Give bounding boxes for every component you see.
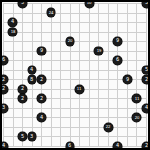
stone-number: 18 [10, 30, 15, 34]
stone: 4 [0, 142, 8, 150]
stone: 8 [28, 75, 37, 84]
stone-number: 3 [145, 1, 148, 6]
stone: 20 [66, 37, 75, 46]
stone: 3 [142, 0, 150, 8]
stone-number: 22 [106, 125, 111, 129]
stone-number: 2 [40, 77, 43, 82]
stone-number: 4 [11, 20, 14, 25]
stone-number: 2 [2, 77, 5, 82]
stone: 10 [85, 0, 94, 8]
stone-number: 24 [49, 11, 54, 15]
stone: 4 [37, 113, 46, 122]
stone-number: 4 [30, 68, 33, 73]
stone-number: 2 [2, 87, 5, 92]
stone: 6 [113, 56, 122, 65]
stone: 22 [104, 123, 113, 132]
stone: 3 [0, 104, 8, 113]
stone: 2 [18, 85, 27, 94]
stone-number: 20 [68, 40, 73, 44]
stone-number: 11 [134, 97, 139, 101]
stone: 6 [0, 56, 8, 65]
stone-number: 4 [2, 144, 5, 149]
stone: 4 [8, 18, 17, 27]
stone: 5 [18, 132, 27, 141]
stone-number: 20 [134, 116, 139, 120]
stone-number: 10 [87, 1, 92, 5]
stone: 2 [0, 75, 8, 84]
stone: 9 [113, 37, 122, 46]
stone: 2 [142, 75, 150, 84]
stone-number: 6 [68, 144, 71, 149]
stone-number: 4 [145, 106, 148, 111]
stone: 2 [0, 85, 8, 94]
stone-number: 3 [30, 134, 33, 139]
stone-number: 8 [30, 77, 33, 82]
stone-number: 2 [21, 96, 24, 101]
stone-number: 3 [21, 1, 24, 6]
stone-number: 9 [40, 48, 43, 53]
go-board[interactable]: 3103244182099196645282922211221134420225… [0, 0, 150, 150]
stone: 2 [142, 142, 150, 150]
stone-number: 19 [96, 49, 101, 53]
stone: 9 [37, 47, 46, 56]
stone-number: 2 [40, 96, 43, 101]
stone: 4 [142, 104, 150, 113]
stone-number: 2 [145, 77, 148, 82]
stone: 2 [18, 94, 27, 103]
stone-number: 6 [116, 58, 119, 63]
stone-number: 5 [145, 68, 148, 73]
stone-number: 4 [116, 144, 119, 149]
stone-number: 11 [77, 87, 82, 91]
stone: 4 [113, 142, 122, 150]
stone: 5 [142, 66, 150, 75]
stone-number: 3 [2, 106, 5, 111]
stone-number: 9 [126, 77, 129, 82]
stone-number: 4 [40, 115, 43, 120]
stone: 9 [123, 75, 132, 84]
stone-number: 9 [116, 39, 119, 44]
stone: 2 [37, 75, 46, 84]
stone-number: 5 [21, 134, 24, 139]
stone: 3 [18, 0, 27, 8]
stone: 11 [75, 85, 84, 94]
stone: 2 [37, 94, 46, 103]
stone-number: 6 [2, 58, 5, 63]
stone-number: 2 [21, 87, 24, 92]
stone: 6 [66, 142, 75, 150]
stone-number: 2 [145, 144, 148, 149]
